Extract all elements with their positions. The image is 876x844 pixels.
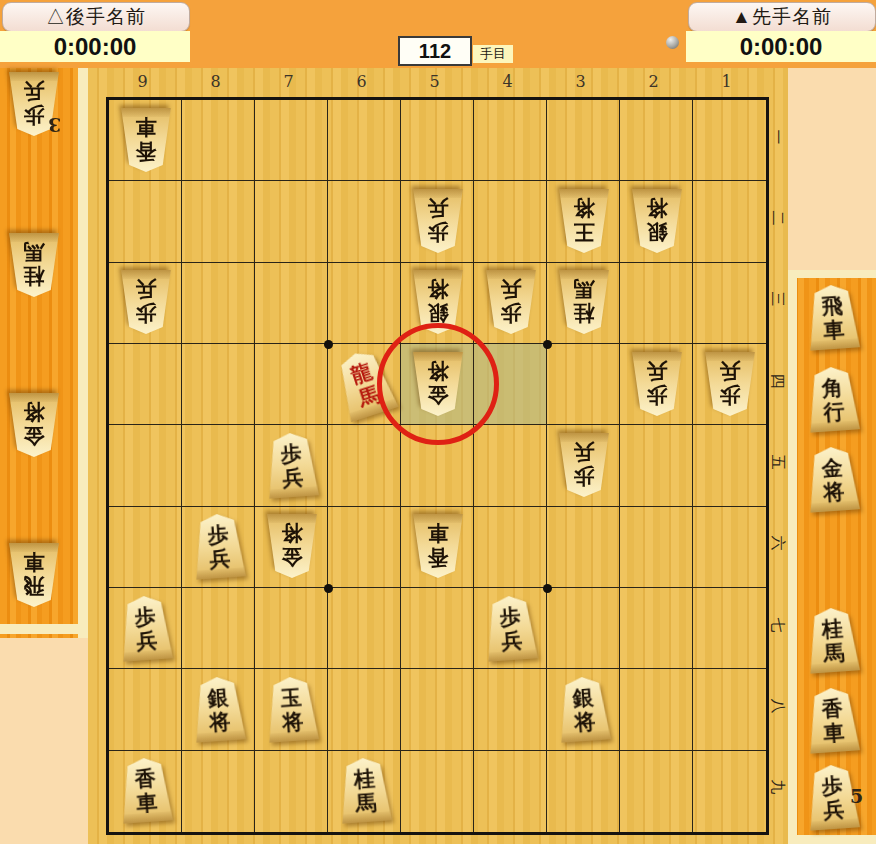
shogi-piece-歩兵-gote[interactable]: 歩兵 — [119, 270, 173, 334]
board-cell-4二[interactable] — [474, 181, 547, 262]
board-cell-1一[interactable] — [693, 100, 766, 181]
board-cell-4六[interactable] — [474, 507, 547, 588]
shogi-piece-桂馬-gote[interactable]: 桂馬 — [557, 270, 611, 334]
board-cell-5七[interactable] — [401, 588, 474, 669]
board-cell-7三[interactable] — [255, 263, 328, 344]
board-cell-2一[interactable] — [620, 100, 693, 181]
shogi-piece-香車-sente[interactable]: 香車 — [116, 757, 174, 825]
shogi-piece-金将-gote[interactable]: 金将 — [7, 393, 61, 457]
shogi-piece-歩兵-gote[interactable]: 歩兵 — [411, 189, 465, 253]
shogi-piece-歩兵-sente[interactable]: 歩兵 — [189, 513, 247, 581]
shogi-piece-金将-sente[interactable]: 金将 — [804, 445, 862, 513]
move-number-input[interactable]: 112 — [398, 36, 472, 66]
board-cell-7二[interactable] — [255, 181, 328, 262]
file-labels: 987654321 — [88, 72, 788, 94]
shogi-piece-銀将-gote[interactable]: 銀将 — [630, 189, 684, 253]
board-cell-8四[interactable] — [182, 344, 255, 425]
board-cell-6二[interactable] — [328, 181, 401, 262]
gote-clock-value: 0:00:00 — [54, 33, 137, 61]
shogi-piece-角行-sente[interactable]: 角行 — [804, 365, 862, 433]
sente-name-label: ▲先手名前 — [732, 4, 832, 30]
board-cell-4五[interactable] — [474, 425, 547, 506]
board-cell-9四[interactable] — [109, 344, 182, 425]
shogi-kifu-viewer: △後手名前 ▲先手名前 0:00:00 0:00:00 112 手目 歩兵3桂馬… — [0, 0, 876, 844]
shogi-piece-歩兵-gote[interactable]: 歩兵 — [630, 352, 684, 416]
board-cell-2七[interactable] — [620, 588, 693, 669]
board-cell-8二[interactable] — [182, 181, 255, 262]
sente-clock: 0:00:00 — [686, 31, 876, 62]
board-cell-3六[interactable] — [547, 507, 620, 588]
sente-clock-value: 0:00:00 — [740, 33, 823, 61]
board-cell-3七[interactable] — [547, 588, 620, 669]
board-cell-5八[interactable] — [401, 669, 474, 750]
board-cell-1二[interactable] — [693, 181, 766, 262]
board-cell-6八[interactable] — [328, 669, 401, 750]
board-cell-4九[interactable] — [474, 751, 547, 832]
hand-count: 5 — [850, 785, 863, 807]
shogi-piece-銀将-sente[interactable]: 銀将 — [554, 675, 612, 743]
shogi-piece-桂馬-sente[interactable]: 桂馬 — [335, 757, 393, 825]
board-cell-8三[interactable] — [182, 263, 255, 344]
file-label-5: 5 — [420, 72, 450, 91]
star-point — [543, 340, 552, 349]
file-label-7: 7 — [274, 72, 304, 91]
board-cell-7九[interactable] — [255, 751, 328, 832]
board-cell-6六[interactable] — [328, 507, 401, 588]
shogi-board: 香車歩兵王将銀将歩兵銀将歩兵桂馬龍馬金将歩兵歩兵歩兵歩兵歩兵金将香車歩兵歩兵銀将… — [106, 97, 769, 835]
rank-label-九: 九 — [769, 778, 787, 796]
board-cell-9八[interactable] — [109, 669, 182, 750]
board-cell-6五[interactable] — [328, 425, 401, 506]
shogi-piece-香車-gote[interactable]: 香車 — [411, 514, 465, 578]
star-point — [324, 340, 333, 349]
rank-label-三: 三 — [769, 290, 787, 308]
tray-edge — [788, 270, 876, 278]
board-cell-1六[interactable] — [693, 507, 766, 588]
rank-label-四: 四 — [769, 372, 787, 390]
rank-label-六: 六 — [769, 534, 787, 552]
board-region: 987654321 香車歩兵王将銀将歩兵銀将歩兵桂馬龍馬金将歩兵歩兵歩兵歩兵歩兵… — [88, 68, 788, 844]
shogi-piece-歩兵-gote[interactable]: 歩兵 — [557, 433, 611, 497]
gote-captured-tray: 歩兵3桂馬金将飛車 — [0, 68, 88, 638]
file-label-3: 3 — [566, 72, 596, 91]
board-cell-8七[interactable] — [182, 588, 255, 669]
file-label-6: 6 — [347, 72, 377, 91]
rank-label-一: 一 — [769, 128, 787, 146]
file-label-1: 1 — [712, 72, 742, 91]
board-cell-1八[interactable] — [693, 669, 766, 750]
tray-edge — [78, 68, 88, 638]
shogi-piece-王将-gote[interactable]: 王将 — [557, 189, 611, 253]
temoku-text: 手目 — [480, 45, 506, 63]
board-cell-8一[interactable] — [182, 100, 255, 181]
board-cell-8五[interactable] — [182, 425, 255, 506]
board-cell-3四[interactable] — [547, 344, 620, 425]
board-cell-1五[interactable] — [693, 425, 766, 506]
shogi-piece-飛車-sente[interactable]: 飛車 — [804, 283, 862, 351]
board-cell-9六[interactable] — [109, 507, 182, 588]
rank-label-七: 七 — [769, 616, 787, 634]
sente-captured-tray: 飛車角行金将桂馬香車歩兵5 — [788, 270, 876, 844]
board-cell-2九[interactable] — [620, 751, 693, 832]
shogi-piece-歩兵-sente[interactable]: 歩兵 — [262, 431, 320, 499]
shogi-piece-歩兵-sente[interactable]: 歩兵 — [481, 594, 539, 662]
gote-name-plate[interactable]: △後手名前 — [2, 2, 190, 32]
board-cell-1三[interactable] — [693, 263, 766, 344]
move-number-value: 112 — [419, 40, 451, 63]
board-cell-7一[interactable] — [255, 100, 328, 181]
shogi-piece-銀将-sente[interactable]: 銀将 — [189, 675, 247, 743]
file-label-2: 2 — [639, 72, 669, 91]
star-point — [543, 584, 552, 593]
board-cell-7四[interactable] — [255, 344, 328, 425]
shogi-piece-飛車-gote[interactable]: 飛車 — [7, 543, 61, 607]
shogi-piece-桂馬-sente[interactable]: 桂馬 — [804, 606, 862, 674]
shogi-piece-金将-gote[interactable]: 金将 — [265, 514, 319, 578]
board-cell-6三[interactable] — [328, 263, 401, 344]
gote-clock: 0:00:00 — [0, 31, 190, 62]
hand-count: 3 — [48, 114, 61, 136]
board-cell-5一[interactable] — [401, 100, 474, 181]
annotation-circle — [377, 323, 499, 445]
shogi-piece-香車-sente[interactable]: 香車 — [804, 686, 862, 754]
board-cell-8九[interactable] — [182, 751, 255, 832]
shogi-piece-歩兵-gote[interactable]: 歩兵 — [484, 270, 538, 334]
board-cell-1九[interactable] — [693, 751, 766, 832]
file-label-9: 9 — [128, 72, 158, 91]
shogi-piece-玉将-sente[interactable]: 玉将 — [262, 675, 320, 743]
file-label-4: 4 — [493, 72, 523, 91]
rank-label-八: 八 — [769, 697, 787, 715]
file-label-8: 8 — [201, 72, 231, 91]
rank-label-五: 五 — [769, 453, 787, 471]
tray-edge — [788, 835, 876, 844]
sente-name-plate[interactable]: ▲先手名前 — [688, 2, 876, 32]
board-cell-4一[interactable] — [474, 100, 547, 181]
rank-label-二: 二 — [769, 209, 787, 227]
board-cell-2五[interactable] — [620, 425, 693, 506]
board-cell-3九[interactable] — [547, 751, 620, 832]
tray-edge — [788, 270, 797, 844]
board-cell-2八[interactable] — [620, 669, 693, 750]
move-count-suffix-label: 手目 — [473, 45, 513, 63]
shogi-piece-歩兵-sente[interactable]: 歩兵 — [116, 594, 174, 662]
board-cell-3一[interactable] — [547, 100, 620, 181]
board-cell-6七[interactable] — [328, 588, 401, 669]
gote-name-label: △後手名前 — [46, 4, 146, 30]
shogi-piece-歩兵-gote[interactable]: 歩兵 — [703, 352, 757, 416]
tray-edge — [0, 624, 88, 634]
board-cell-7七[interactable] — [255, 588, 328, 669]
shogi-piece-桂馬-gote[interactable]: 桂馬 — [7, 233, 61, 297]
star-point — [324, 584, 333, 593]
board-cell-4八[interactable] — [474, 669, 547, 750]
shogi-piece-香車-gote[interactable]: 香車 — [119, 108, 173, 172]
orb-button[interactable] — [666, 36, 679, 49]
board-cell-6一[interactable] — [328, 100, 401, 181]
board-cell-1七[interactable] — [693, 588, 766, 669]
board-cell-5九[interactable] — [401, 751, 474, 832]
board-cell-9二[interactable] — [109, 181, 182, 262]
board-cell-2六[interactable] — [620, 507, 693, 588]
board-cell-9五[interactable] — [109, 425, 182, 506]
board-cell-2三[interactable] — [620, 263, 693, 344]
